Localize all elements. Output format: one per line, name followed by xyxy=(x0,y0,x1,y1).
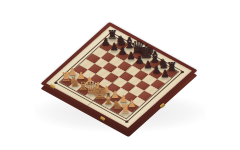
chess-pieces-layer: ♜♞♝♛♚♝♞♜♟♟♟♟♟♟♟♟♟♟♟♟♟♟♟♟♜♞♝♛♚♝♞♜ xyxy=(0,0,240,150)
chess-set-photo: ♜♞♝♛♚♝♞♜♟♟♟♟♟♟♟♟♟♟♟♟♟♟♟♟♜♞♝♛♚♝♞♜ xyxy=(0,0,240,150)
piece-black-pawn: ♟ xyxy=(161,70,170,80)
piece-white-rook: ♜ xyxy=(120,103,131,115)
